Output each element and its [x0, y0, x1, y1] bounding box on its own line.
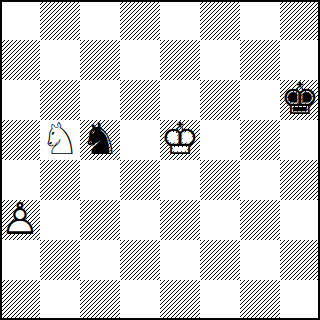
square-h4[interactable] [280, 160, 320, 200]
chess-board: ♚♚♞♘♞♞♚♔♟♙ [0, 0, 320, 320]
square-g8[interactable] [240, 0, 280, 40]
square-f5[interactable] [200, 120, 240, 160]
square-c5[interactable]: ♞♞ [80, 120, 120, 160]
square-h8[interactable] [280, 0, 320, 40]
square-f8[interactable] [200, 0, 240, 40]
square-e4[interactable] [160, 160, 200, 200]
piece-glyph: ♙ [0, 197, 39, 241]
square-e7[interactable] [160, 40, 200, 80]
square-f2[interactable] [200, 240, 240, 280]
square-d5[interactable] [120, 120, 160, 160]
square-a5[interactable] [0, 120, 40, 160]
black-king[interactable]: ♚♚ [280, 80, 320, 120]
square-b2[interactable] [40, 240, 80, 280]
square-h5[interactable] [280, 120, 320, 160]
square-g1[interactable] [240, 280, 280, 320]
square-b4[interactable] [40, 160, 80, 200]
square-c4[interactable] [80, 160, 120, 200]
square-c3[interactable] [80, 200, 120, 240]
black-knight[interactable]: ♞♞ [80, 120, 120, 160]
square-h3[interactable] [280, 200, 320, 240]
square-d6[interactable] [120, 80, 160, 120]
square-h1[interactable] [280, 280, 320, 320]
square-a1[interactable] [0, 280, 40, 320]
square-f1[interactable] [200, 280, 240, 320]
square-a8[interactable] [0, 0, 40, 40]
square-a6[interactable] [0, 80, 40, 120]
piece-glyph: ♚ [280, 77, 319, 121]
square-g4[interactable] [240, 160, 280, 200]
square-c7[interactable] [80, 40, 120, 80]
square-e5[interactable]: ♚♔ [160, 120, 200, 160]
square-f4[interactable] [200, 160, 240, 200]
square-a2[interactable] [0, 240, 40, 280]
square-e8[interactable] [160, 0, 200, 40]
square-b1[interactable] [40, 280, 80, 320]
square-d3[interactable] [120, 200, 160, 240]
square-e2[interactable] [160, 240, 200, 280]
square-c1[interactable] [80, 280, 120, 320]
square-d8[interactable] [120, 0, 160, 40]
square-d2[interactable] [120, 240, 160, 280]
square-f7[interactable] [200, 40, 240, 80]
square-f6[interactable] [200, 80, 240, 120]
square-b8[interactable] [40, 0, 80, 40]
square-c2[interactable] [80, 240, 120, 280]
square-e1[interactable] [160, 280, 200, 320]
square-h2[interactable] [280, 240, 320, 280]
square-e3[interactable] [160, 200, 200, 240]
white-king[interactable]: ♚♔ [160, 120, 200, 160]
square-g6[interactable] [240, 80, 280, 120]
white-knight[interactable]: ♞♘ [40, 120, 80, 160]
square-b7[interactable] [40, 40, 80, 80]
square-h6[interactable]: ♚♚ [280, 80, 320, 120]
square-b5[interactable]: ♞♘ [40, 120, 80, 160]
square-g7[interactable] [240, 40, 280, 80]
piece-glyph: ♞ [80, 117, 119, 161]
square-d4[interactable] [120, 160, 160, 200]
square-f3[interactable] [200, 200, 240, 240]
piece-glyph: ♘ [40, 117, 79, 161]
white-pawn[interactable]: ♟♙ [0, 200, 40, 240]
square-g2[interactable] [240, 240, 280, 280]
square-d1[interactable] [120, 280, 160, 320]
square-c8[interactable] [80, 0, 120, 40]
square-g3[interactable] [240, 200, 280, 240]
square-d7[interactable] [120, 40, 160, 80]
square-a7[interactable] [0, 40, 40, 80]
piece-glyph: ♔ [160, 117, 199, 161]
square-b3[interactable] [40, 200, 80, 240]
square-g5[interactable] [240, 120, 280, 160]
square-a3[interactable]: ♟♙ [0, 200, 40, 240]
